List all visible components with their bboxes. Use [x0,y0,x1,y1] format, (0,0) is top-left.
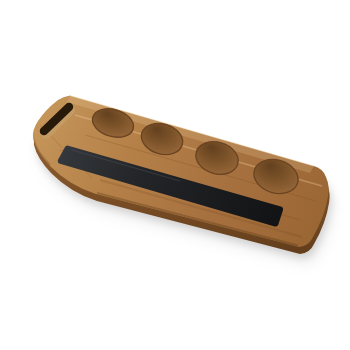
photo-canvas [0,0,350,350]
flight-tray-photo [0,0,350,350]
